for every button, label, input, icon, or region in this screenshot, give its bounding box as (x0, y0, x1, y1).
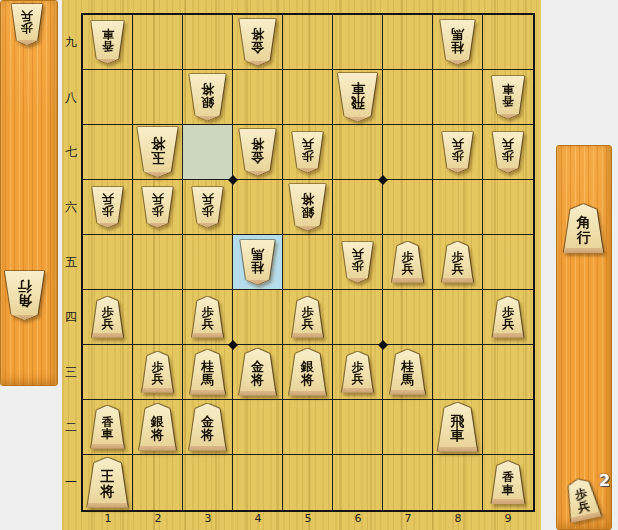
square-f6-r4[interactable] (333, 290, 383, 345)
piece-knight-up[interactable]: 桂馬 (190, 350, 226, 395)
square-f9-r2[interactable] (483, 400, 533, 455)
koma-body: 歩兵 (192, 297, 224, 338)
board-grid: 香車金将桂馬銀将飛車香車玉将金将歩兵歩兵歩兵歩兵歩兵歩兵銀将桂馬歩兵歩兵歩兵歩兵… (81, 13, 535, 512)
koma-kanji: 銀将 (301, 192, 314, 219)
koma-edge (491, 114, 525, 119)
piece-pawn-up[interactable]: 歩兵 (92, 297, 124, 338)
koma-edge (139, 446, 177, 451)
piece-bishop-up[interactable]: 角行 (563, 204, 604, 253)
koma-edge (142, 223, 174, 228)
koma-kanji: 桂馬 (451, 27, 464, 54)
koma-kanji: 銀将 (201, 82, 214, 109)
koma-kanji: 歩兵 (152, 361, 164, 385)
koma-kanji: 角行 (18, 279, 32, 308)
square-f4-r7[interactable]: 金将 (233, 125, 283, 180)
koma-edge (87, 503, 129, 508)
koma-edge (390, 390, 426, 395)
square-f2-r2[interactable]: 銀将 (133, 400, 183, 455)
koma-body: 歩兵 (492, 297, 524, 338)
rank-label-1: 一 (60, 474, 82, 490)
koma-body: 王将 (87, 458, 129, 508)
koma-kanji: 桂馬 (401, 360, 414, 387)
square-f3-r6[interactable]: 歩兵 (183, 180, 233, 235)
koma-body: 香車 (91, 406, 125, 449)
square-f7-r7[interactable] (383, 125, 433, 180)
square-f3-r7[interactable] (183, 125, 233, 180)
koma-body: 歩兵 (192, 187, 224, 228)
koma-kanji: 歩兵 (202, 306, 214, 330)
koma-edge (137, 172, 179, 177)
koma-body: 香車 (491, 461, 525, 504)
square-f2-r3[interactable]: 歩兵 (133, 345, 183, 400)
koma-kanji: 香車 (502, 471, 514, 495)
koma-body: 桂馬 (390, 350, 426, 395)
koma-kanji: 歩兵 (502, 138, 514, 162)
square-f7-r1[interactable] (383, 455, 433, 510)
piece-silver-up[interactable]: 銀将 (139, 404, 177, 451)
koma-edge (442, 168, 474, 173)
koma-body: 歩兵 (142, 187, 174, 228)
piece-gold-up[interactable]: 金将 (189, 404, 227, 451)
koma-edge (392, 278, 424, 283)
rank-label-6: 六 (60, 199, 82, 215)
square-f8-r5[interactable]: 歩兵 (433, 235, 483, 290)
square-f6-r5[interactable]: 歩兵 (333, 235, 383, 290)
koma-kanji: 香車 (102, 416, 114, 440)
rank-label-2: 二 (60, 419, 82, 435)
koma-kanji: 桂馬 (251, 247, 264, 274)
koma-edge (192, 223, 224, 228)
koma-kanji: 飛車 (451, 414, 465, 443)
square-f1-r8[interactable] (83, 70, 133, 125)
square-f8-r6[interactable] (433, 180, 483, 235)
koma-kanji: 歩兵 (452, 251, 464, 275)
koma-kanji: 歩兵 (352, 361, 364, 385)
koma-body: 金将 (189, 404, 227, 451)
koma-kanji: 歩兵 (402, 251, 414, 275)
koma-edge (92, 333, 124, 338)
koma-edge (192, 333, 224, 338)
piece-silver-down[interactable]: 銀将 (289, 184, 327, 231)
piece-pawn-down[interactable]: 歩兵 (92, 187, 124, 228)
square-f4-r1[interactable] (233, 455, 283, 510)
koma-edge (92, 223, 124, 228)
square-f4-r2[interactable] (233, 400, 283, 455)
square-f8-r1[interactable] (433, 455, 483, 510)
koma-kanji: 歩兵 (574, 487, 591, 513)
koma-body: 歩兵 (292, 132, 324, 173)
koma-edge (570, 511, 602, 523)
square-f7-r6[interactable] (383, 180, 433, 235)
koma-kanji: 歩兵 (502, 306, 514, 330)
square-f9-r5[interactable] (483, 235, 533, 290)
piece-pawn-down[interactable]: 歩兵 (442, 132, 474, 173)
square-f9-r7[interactable]: 歩兵 (483, 125, 533, 180)
koma-body: 歩兵 (342, 242, 374, 283)
square-f9-r3[interactable] (483, 345, 533, 400)
koma-kanji: 歩兵 (21, 10, 33, 34)
square-f1-r4[interactable]: 歩兵 (83, 290, 133, 345)
square-f3-r5[interactable] (183, 235, 233, 290)
square-f6-r7[interactable] (333, 125, 383, 180)
square-f2-r5[interactable] (133, 235, 183, 290)
piece-pawn-down[interactable]: 歩兵 (11, 4, 43, 45)
file-label-1: 1 (98, 512, 118, 526)
piece-lance-up[interactable]: 香車 (91, 406, 125, 449)
piece-pawn-down[interactable]: 歩兵 (142, 187, 174, 228)
square-f2-r8[interactable] (133, 70, 183, 125)
square-f8-r9[interactable]: 桂馬 (433, 15, 483, 70)
koma-edge (190, 390, 226, 395)
koma-kanji: 玉将 (151, 136, 165, 165)
koma-body: 飛車 (337, 73, 378, 122)
koma-edge (437, 447, 478, 452)
koma-edge (563, 248, 604, 253)
koma-kanji: 金将 (251, 137, 264, 164)
square-f5-r4[interactable]: 歩兵 (283, 290, 333, 345)
koma-kanji: 歩兵 (102, 306, 114, 330)
square-f9-r4[interactable]: 歩兵 (483, 290, 533, 345)
square-f4-r6[interactable] (233, 180, 283, 235)
square-f3-r4[interactable]: 歩兵 (183, 290, 233, 345)
koma-kanji: 歩兵 (152, 193, 164, 217)
file-label-9: 9 (498, 512, 518, 526)
square-f7-r8[interactable] (383, 70, 433, 125)
koma-edge (337, 117, 378, 122)
koma-edge (239, 391, 277, 396)
square-f6-r3[interactable]: 歩兵 (333, 345, 383, 400)
koma-kanji: 歩兵 (452, 138, 464, 162)
koma-edge (239, 61, 277, 66)
square-f5-r2[interactable] (283, 400, 333, 455)
koma-edge (4, 315, 45, 320)
square-f2-r7[interactable]: 玉将 (133, 125, 183, 180)
piece-pawn-up[interactable]: 歩兵 (392, 242, 424, 283)
square-f8-r8[interactable] (433, 70, 483, 125)
rank-label-3: 三 (60, 364, 82, 380)
koma-kanji: 香車 (102, 28, 114, 52)
square-f2-r4[interactable] (133, 290, 183, 345)
koma-edge (492, 333, 524, 338)
koma-edge (292, 168, 324, 173)
square-f2-r6[interactable]: 歩兵 (133, 180, 183, 235)
koma-edge (492, 168, 524, 173)
square-f7-r4[interactable] (383, 290, 433, 345)
piece-pawn-up[interactable]: 歩兵 (442, 242, 474, 283)
square-f1-r5[interactable] (83, 235, 133, 290)
koma-edge (292, 333, 324, 338)
file-label-2: 2 (148, 512, 168, 526)
koma-kanji: 銀将 (301, 360, 314, 387)
square-f6-r8[interactable]: 飛車 (333, 70, 383, 125)
koma-body: 歩兵 (142, 352, 174, 393)
square-f8-r2[interactable]: 飛車 (433, 400, 483, 455)
square-f4-r9[interactable]: 金将 (233, 15, 283, 70)
square-f2-r9[interactable] (133, 15, 183, 70)
square-f4-r3[interactable]: 金将 (233, 345, 283, 400)
square-f6-r9[interactable] (333, 15, 383, 70)
file-label-8: 8 (448, 512, 468, 526)
koma-kanji: 金将 (251, 27, 264, 54)
piece-knight-up[interactable]: 桂馬 (390, 350, 426, 395)
piece-lance-up[interactable]: 香車 (491, 461, 525, 504)
koma-edge (240, 280, 276, 285)
koma-body: 角行 (4, 271, 45, 320)
file-label-4: 4 (248, 512, 268, 526)
koma-body: 桂馬 (190, 350, 226, 395)
koma-edge (11, 40, 43, 45)
square-f1-r7[interactable] (83, 125, 133, 180)
square-f9-r9[interactable] (483, 15, 533, 70)
koma-edge (239, 171, 277, 176)
square-f7-r3[interactable]: 桂馬 (383, 345, 433, 400)
square-f7-r2[interactable] (383, 400, 433, 455)
rank-label-7: 七 (60, 144, 82, 160)
square-f5-r8[interactable] (283, 70, 333, 125)
koma-body: 歩兵 (492, 132, 524, 173)
square-f5-r5[interactable] (283, 235, 333, 290)
koma-body: 銀将 (289, 184, 327, 231)
square-f9-r1[interactable]: 香車 (483, 455, 533, 510)
hand-count-badge: 2 (599, 471, 610, 490)
piece-pawn-up[interactable]: 歩兵 (192, 297, 224, 338)
piece-gold-up[interactable]: 金将 (239, 349, 277, 396)
square-f1-r6[interactable]: 歩兵 (83, 180, 133, 235)
koma-edge (142, 388, 174, 393)
koma-edge (189, 116, 227, 121)
square-f1-r2[interactable]: 香車 (83, 400, 133, 455)
piece-knight-down[interactable]: 桂馬 (240, 240, 276, 285)
koma-body: 香車 (491, 76, 525, 119)
koma-kanji: 歩兵 (102, 193, 114, 217)
square-f8-r3[interactable] (433, 345, 483, 400)
koma-body: 桂馬 (240, 240, 276, 285)
piece-king-up[interactable]: 王将 (87, 458, 129, 508)
koma-body: 歩兵 (392, 242, 424, 283)
koma-body: 金将 (239, 19, 277, 66)
koma-body: 銀将 (289, 349, 327, 396)
koma-body: 飛車 (437, 403, 478, 452)
koma-kanji: 歩兵 (302, 138, 314, 162)
square-f4-r8[interactable] (233, 70, 283, 125)
square-f3-r1[interactable] (183, 455, 233, 510)
square-f1-r3[interactable] (83, 345, 133, 400)
koma-edge (91, 444, 125, 449)
square-f8-r4[interactable] (433, 290, 483, 345)
koma-kanji: 王将 (101, 469, 115, 498)
koma-body: 金将 (239, 129, 277, 176)
koma-body: 金将 (239, 349, 277, 396)
square-f5-r3[interactable]: 銀将 (283, 345, 333, 400)
koma-body: 歩兵 (92, 187, 124, 228)
file-label-3: 3 (198, 512, 218, 526)
rank-label-5: 五 (60, 254, 82, 270)
square-f5-r1[interactable] (283, 455, 333, 510)
square-f3-r3[interactable]: 桂馬 (183, 345, 233, 400)
rank-label-4: 四 (60, 309, 82, 325)
koma-edge (289, 226, 327, 231)
square-f3-r2[interactable]: 金将 (183, 400, 233, 455)
piece-lance-down[interactable]: 香車 (491, 76, 525, 119)
file-label-7: 7 (398, 512, 418, 526)
koma-kanji: 金将 (201, 415, 214, 442)
piece-knight-down[interactable]: 桂馬 (440, 20, 476, 65)
koma-kanji: 香車 (502, 83, 514, 107)
square-f3-r9[interactable] (183, 15, 233, 70)
piece-pawn-down[interactable]: 歩兵 (192, 187, 224, 228)
koma-edge (289, 391, 327, 396)
piece-pawn-down[interactable]: 歩兵 (492, 132, 524, 173)
square-f6-r2[interactable] (333, 400, 383, 455)
koma-body: 歩兵 (11, 4, 43, 45)
koma-edge (491, 499, 525, 504)
square-f5-r6[interactable]: 銀将 (283, 180, 333, 235)
koma-kanji: 銀将 (151, 415, 164, 442)
rank-label-9: 九 (60, 34, 82, 50)
piece-pawn-up[interactable]: 歩兵 (562, 476, 602, 523)
piece-rook-up[interactable]: 飛車 (437, 403, 478, 452)
koma-body: 角行 (563, 204, 604, 253)
square-f9-r6[interactable] (483, 180, 533, 235)
piece-pawn-up[interactable]: 歩兵 (342, 352, 374, 393)
koma-edge (442, 278, 474, 283)
square-f5-r9[interactable] (283, 15, 333, 70)
koma-body: 桂馬 (440, 20, 476, 65)
koma-body: 香車 (91, 21, 125, 64)
square-f7-r5[interactable]: 歩兵 (383, 235, 433, 290)
square-f4-r5[interactable]: 桂馬 (233, 235, 283, 290)
piece-lance-down[interactable]: 香車 (91, 21, 125, 64)
piece-rook-down[interactable]: 飛車 (337, 73, 378, 122)
left-stand: 歩兵角行 (0, 0, 58, 386)
piece-jeweled-king-down[interactable]: 玉将 (137, 127, 179, 177)
square-f3-r8[interactable]: 銀将 (183, 70, 233, 125)
square-f5-r7[interactable]: 歩兵 (283, 125, 333, 180)
piece-gold-down[interactable]: 金将 (239, 129, 277, 176)
square-f2-r1[interactable] (133, 455, 183, 510)
square-f9-r8[interactable]: 香車 (483, 70, 533, 125)
koma-body: 歩兵 (92, 297, 124, 338)
koma-body: 歩兵 (442, 132, 474, 173)
koma-kanji: 飛車 (351, 81, 365, 110)
koma-body: 玉将 (137, 127, 179, 177)
rank-label-8: 八 (60, 89, 82, 105)
right-stand: 角行歩兵2 (556, 145, 612, 530)
square-f7-r9[interactable] (383, 15, 433, 70)
koma-body: 歩兵 (562, 476, 602, 523)
piece-pawn-down[interactable]: 歩兵 (342, 242, 374, 283)
koma-kanji: 桂馬 (201, 360, 214, 387)
koma-edge (342, 278, 374, 283)
piece-pawn-up[interactable]: 歩兵 (492, 297, 524, 338)
koma-edge (440, 60, 476, 65)
square-f6-r6[interactable] (333, 180, 383, 235)
piece-pawn-up[interactable]: 歩兵 (142, 352, 174, 393)
piece-gold-down[interactable]: 金将 (239, 19, 277, 66)
koma-kanji: 角行 (577, 215, 591, 244)
koma-body: 歩兵 (292, 297, 324, 338)
piece-pawn-up[interactable]: 歩兵 (292, 297, 324, 338)
square-f1-r9[interactable]: 香車 (83, 15, 133, 70)
square-f1-r1[interactable]: 王将 (83, 455, 133, 510)
piece-silver-down[interactable]: 銀将 (189, 74, 227, 121)
piece-bishop-down[interactable]: 角行 (4, 271, 45, 320)
shogi-app-root: { "game": "shogi", "view": { "perspectiv… (0, 0, 618, 530)
koma-edge (342, 388, 374, 393)
koma-kanji: 歩兵 (352, 248, 364, 272)
koma-kanji: 金将 (251, 360, 264, 387)
koma-body: 銀将 (139, 404, 177, 451)
koma-edge (189, 446, 227, 451)
piece-pawn-down[interactable]: 歩兵 (292, 132, 324, 173)
square-f4-r4[interactable] (233, 290, 283, 345)
square-f8-r7[interactable]: 歩兵 (433, 125, 483, 180)
koma-edge (91, 59, 125, 64)
piece-silver-up[interactable]: 銀将 (289, 349, 327, 396)
koma-kanji: 歩兵 (302, 306, 314, 330)
koma-body: 歩兵 (342, 352, 374, 393)
file-label-5: 5 (298, 512, 318, 526)
square-f6-r1[interactable] (333, 455, 383, 510)
koma-kanji: 歩兵 (202, 193, 214, 217)
file-label-6: 6 (348, 512, 368, 526)
koma-body: 銀将 (189, 74, 227, 121)
koma-body: 歩兵 (442, 242, 474, 283)
